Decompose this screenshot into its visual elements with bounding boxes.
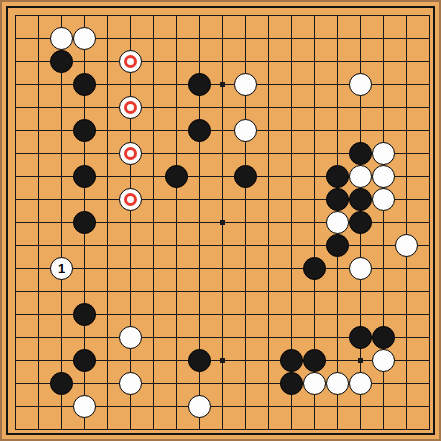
black-stone: [349, 142, 372, 165]
board-intersection: [27, 50, 50, 73]
board-intersection: [211, 211, 234, 234]
board-intersection: [27, 372, 50, 395]
board-intersection: [142, 349, 165, 372]
board-intersection: [211, 395, 234, 418]
board-intersection: [303, 119, 326, 142]
white-stone-move-1: 1: [50, 257, 73, 280]
board-intersection: [73, 50, 96, 73]
board-intersection: [326, 395, 349, 418]
white-stone: [395, 234, 418, 257]
board-intersection: [188, 50, 211, 73]
board-intersection: [326, 303, 349, 326]
board-intersection: [257, 165, 280, 188]
board-intersection: [188, 395, 211, 418]
board-intersection: [372, 211, 395, 234]
board-intersection: [372, 372, 395, 395]
board-intersection: [142, 119, 165, 142]
board-intersection: [280, 211, 303, 234]
board-intersection: [27, 326, 50, 349]
board-intersection: [372, 418, 395, 441]
board-intersection: [234, 4, 257, 27]
board-intersection: [303, 418, 326, 441]
board-intersection: [50, 372, 73, 395]
board-intersection: [4, 280, 27, 303]
board-intersection: [165, 418, 188, 441]
board-intersection: [257, 326, 280, 349]
board-intersection: [372, 234, 395, 257]
black-stone: [188, 119, 211, 142]
board-intersection: [326, 73, 349, 96]
board-intersection: [234, 395, 257, 418]
black-stone: [280, 372, 303, 395]
red-circle-mark: [124, 193, 137, 206]
board-intersection: [96, 418, 119, 441]
board-intersection: [211, 96, 234, 119]
board-intersection: [257, 119, 280, 142]
board-intersection: [50, 50, 73, 73]
board-intersection: [372, 349, 395, 372]
board-intersection: [234, 188, 257, 211]
board-intersection: [257, 188, 280, 211]
board-intersection: [234, 418, 257, 441]
board-intersection: [50, 188, 73, 211]
board-intersection: [280, 257, 303, 280]
board-intersection: [303, 50, 326, 73]
board-intersection: [119, 303, 142, 326]
board-intersection: [165, 188, 188, 211]
board-intersection: [280, 234, 303, 257]
board-intersection: [165, 27, 188, 50]
board-intersection: [326, 326, 349, 349]
board-intersection: [418, 50, 441, 73]
board-intersection: [165, 372, 188, 395]
board-intersection: [234, 50, 257, 73]
board-intersection: [165, 165, 188, 188]
board-intersection: [27, 165, 50, 188]
black-stone: [349, 326, 372, 349]
board-intersection: [188, 234, 211, 257]
board-intersection: [418, 96, 441, 119]
board-intersection: [165, 326, 188, 349]
board-intersection: [188, 119, 211, 142]
black-stone: [165, 165, 188, 188]
board-intersection: [73, 257, 96, 280]
board-intersection: [142, 188, 165, 211]
board-intersection: [280, 73, 303, 96]
black-stone: [73, 211, 96, 234]
board-intersection: [165, 50, 188, 73]
board-intersection: [188, 257, 211, 280]
board-intersection: [395, 96, 418, 119]
board-intersection: [280, 50, 303, 73]
board-intersection: [188, 418, 211, 441]
board-intersection: [27, 73, 50, 96]
board-intersection: [96, 73, 119, 96]
board-intersection: [372, 395, 395, 418]
board-intersection: [395, 50, 418, 73]
board-intersection: [234, 211, 257, 234]
board-intersection: [119, 188, 142, 211]
board-intersection: [257, 211, 280, 234]
black-stone: [188, 73, 211, 96]
board-intersection: [27, 4, 50, 27]
board-intersection: [372, 280, 395, 303]
board-intersection: [418, 349, 441, 372]
board-intersection: [418, 188, 441, 211]
board-intersection: [4, 257, 27, 280]
board-intersection: [234, 27, 257, 50]
board-intersection: [349, 73, 372, 96]
board-intersection: [73, 4, 96, 27]
board-intersection: [303, 257, 326, 280]
board-intersection: [96, 50, 119, 73]
board-intersection: [303, 395, 326, 418]
board-intersection: [349, 280, 372, 303]
board-intersection: [119, 211, 142, 234]
board-intersection: [418, 372, 441, 395]
board-intersection: [349, 257, 372, 280]
board-intersection: [280, 27, 303, 50]
black-stone: [73, 73, 96, 96]
board-intersection: [211, 326, 234, 349]
board-intersection: [326, 165, 349, 188]
board-intersection: [188, 372, 211, 395]
board-intersection: [142, 280, 165, 303]
board-intersection: [349, 234, 372, 257]
white-stone: [50, 27, 73, 50]
board-intersection: [303, 349, 326, 372]
board-intersection: [4, 165, 27, 188]
board-intersection: [165, 303, 188, 326]
board-intersection: [257, 303, 280, 326]
board-intersection: [395, 73, 418, 96]
red-circle-mark: [124, 147, 137, 160]
board-intersection: [4, 326, 27, 349]
board-intersection: [119, 50, 142, 73]
board-intersection: [188, 280, 211, 303]
board-intersection: [395, 234, 418, 257]
board-intersection: [234, 303, 257, 326]
board-intersection: [73, 280, 96, 303]
board-intersection: [4, 73, 27, 96]
board-intersection: [4, 211, 27, 234]
board-intersection: [349, 372, 372, 395]
board-intersection: [96, 142, 119, 165]
board-intersection: [303, 27, 326, 50]
board-intersection: [4, 27, 27, 50]
board-intersection: [372, 326, 395, 349]
black-stone: [349, 211, 372, 234]
board-intersection: [280, 372, 303, 395]
board-intersection: [119, 280, 142, 303]
board-intersection: [234, 326, 257, 349]
board-intersection: [165, 4, 188, 27]
white-stone: [372, 349, 395, 372]
board-intersection: [27, 257, 50, 280]
board-intersection: [303, 73, 326, 96]
board-intersection: [372, 142, 395, 165]
white-stone: [349, 372, 372, 395]
board-intersection: [234, 142, 257, 165]
board-intersection: [280, 326, 303, 349]
white-stone: [372, 142, 395, 165]
board-intersection: [418, 234, 441, 257]
board-intersection: [211, 372, 234, 395]
black-stone: [303, 349, 326, 372]
board-intersection: [349, 211, 372, 234]
board-intersection: [418, 418, 441, 441]
board-intersection: [303, 188, 326, 211]
board-intersection: [326, 418, 349, 441]
board-intersection: [27, 211, 50, 234]
board-intersection: [188, 326, 211, 349]
board-intersection: [27, 303, 50, 326]
board-intersection: [188, 303, 211, 326]
board-intersection: [280, 303, 303, 326]
board-intersection: [211, 50, 234, 73]
board-intersection: [372, 4, 395, 27]
board-intersection: [303, 142, 326, 165]
board-intersection: [4, 50, 27, 73]
board-intersection: [372, 73, 395, 96]
board-intersection: [395, 142, 418, 165]
board-intersection: [211, 4, 234, 27]
board-intersection: [395, 280, 418, 303]
board-intersection: [303, 211, 326, 234]
board-intersection: [326, 257, 349, 280]
board-intersection: [326, 234, 349, 257]
board-intersection: [395, 27, 418, 50]
board-intersection: [50, 303, 73, 326]
board-intersection: [280, 395, 303, 418]
board-intersection: [188, 4, 211, 27]
board-intersection: [418, 395, 441, 418]
board-intersection: [27, 142, 50, 165]
board-intersection: [27, 418, 50, 441]
board-intersection: [211, 165, 234, 188]
board-intersection: [119, 73, 142, 96]
board-intersection: [211, 234, 234, 257]
board-intersection: [303, 234, 326, 257]
board-intersection: [96, 303, 119, 326]
board-intersection: [119, 234, 142, 257]
black-stone: [280, 349, 303, 372]
black-stone: [234, 165, 257, 188]
board-intersection: [234, 73, 257, 96]
board-intersection: [165, 119, 188, 142]
board-intersection: [234, 96, 257, 119]
board-intersection: [142, 303, 165, 326]
board-intersection: [142, 4, 165, 27]
board-intersection: [280, 4, 303, 27]
board-intersection: [257, 418, 280, 441]
board-intersection: [303, 4, 326, 27]
white-stone: [234, 119, 257, 142]
board-intersection: [349, 165, 372, 188]
black-stone: [303, 257, 326, 280]
go-board-diagram: 1: [0, 0, 441, 441]
white-stone: [119, 372, 142, 395]
board-intersection: [349, 303, 372, 326]
board-intersection: [257, 257, 280, 280]
board-intersection: [4, 119, 27, 142]
board-intersection: [73, 418, 96, 441]
board-intersection: [326, 188, 349, 211]
board-intersection: [50, 234, 73, 257]
white-stone: [326, 211, 349, 234]
board-intersection: [234, 280, 257, 303]
board-intersection: [73, 188, 96, 211]
board-intersection: [50, 73, 73, 96]
board-intersection: [280, 119, 303, 142]
board-intersection: [4, 395, 27, 418]
board-intersection: [257, 96, 280, 119]
board-intersection: [395, 119, 418, 142]
board-intersection: [211, 73, 234, 96]
board-intersection: [165, 234, 188, 257]
board-intersection: [234, 257, 257, 280]
board-intersection: [349, 96, 372, 119]
board-intersection: [257, 4, 280, 27]
board-intersection: [4, 142, 27, 165]
board-intersection: [418, 73, 441, 96]
white-stone: [349, 165, 372, 188]
board-intersection: [119, 119, 142, 142]
board-intersection: [73, 349, 96, 372]
board-intersection: [280, 349, 303, 372]
board-intersection: [418, 142, 441, 165]
board-intersection: [27, 395, 50, 418]
board-intersection: [188, 96, 211, 119]
board-intersection: [418, 119, 441, 142]
board-intersection: [73, 303, 96, 326]
board-intersection: [395, 257, 418, 280]
board-intersection: [96, 372, 119, 395]
board-intersection: [395, 326, 418, 349]
board-intersection: [372, 303, 395, 326]
board-intersection: [349, 326, 372, 349]
board-intersection: [234, 349, 257, 372]
board-intersection: [96, 257, 119, 280]
board-intersection: [165, 73, 188, 96]
board-intersection: [395, 165, 418, 188]
board-intersection: [142, 27, 165, 50]
board-intersection: [50, 418, 73, 441]
board-intersection: [142, 418, 165, 441]
black-stone: [50, 50, 73, 73]
board-intersection: [96, 349, 119, 372]
board-intersection: [303, 326, 326, 349]
white-stone: [234, 73, 257, 96]
board-intersection: [73, 119, 96, 142]
board-intersection: [349, 4, 372, 27]
board-intersection: [326, 96, 349, 119]
board-intersection: [234, 234, 257, 257]
board-intersection: [96, 326, 119, 349]
board-intersection: [418, 303, 441, 326]
board-intersection: [280, 165, 303, 188]
board-intersection: [119, 142, 142, 165]
board-intersection: [142, 395, 165, 418]
board-intersection: [119, 418, 142, 441]
black-stone: [326, 188, 349, 211]
board-intersection: [418, 27, 441, 50]
board-intersection: [96, 119, 119, 142]
board-intersection: [211, 257, 234, 280]
board-intersection: [326, 349, 349, 372]
board-intersection: [119, 372, 142, 395]
black-stone: [326, 165, 349, 188]
board-intersection: [165, 142, 188, 165]
board-intersection: [50, 165, 73, 188]
board-intersection: [165, 257, 188, 280]
board-intersection: [372, 96, 395, 119]
board-intersection: [372, 50, 395, 73]
board-intersection: [50, 4, 73, 27]
black-stone: [349, 188, 372, 211]
stone-grid: 1: [4, 4, 441, 441]
black-stone: [73, 119, 96, 142]
board-intersection: [211, 119, 234, 142]
white-stone-circle-marked: [119, 188, 142, 211]
board-intersection: [27, 349, 50, 372]
board-intersection: [119, 395, 142, 418]
board-intersection: [188, 165, 211, 188]
board-intersection: [326, 4, 349, 27]
board-intersection: [372, 188, 395, 211]
board-intersection: [303, 372, 326, 395]
board-intersection: [257, 73, 280, 96]
board-intersection: [4, 372, 27, 395]
board-intersection: [50, 96, 73, 119]
board-intersection: [142, 326, 165, 349]
board-intersection: [142, 73, 165, 96]
board-intersection: [50, 395, 73, 418]
white-stone: [303, 372, 326, 395]
board-intersection: [4, 349, 27, 372]
board-intersection: [188, 211, 211, 234]
board-intersection: [395, 418, 418, 441]
board-intersection: [349, 142, 372, 165]
board-intersection: [188, 142, 211, 165]
board-intersection: [418, 165, 441, 188]
board-intersection: [142, 234, 165, 257]
board-intersection: [280, 96, 303, 119]
board-intersection: 1: [50, 257, 73, 280]
black-stone: [73, 349, 96, 372]
board-intersection: [165, 349, 188, 372]
board-intersection: [188, 27, 211, 50]
black-stone: [73, 303, 96, 326]
board-intersection: [349, 395, 372, 418]
board-intersection: [395, 395, 418, 418]
white-stone: [372, 188, 395, 211]
white-stone-circle-marked: [119, 142, 142, 165]
board-intersection: [73, 73, 96, 96]
board-intersection: [372, 165, 395, 188]
board-intersection: [211, 418, 234, 441]
board-intersection: [257, 395, 280, 418]
board-intersection: [257, 27, 280, 50]
board-intersection: [165, 395, 188, 418]
board-intersection: [188, 349, 211, 372]
board-intersection: [211, 188, 234, 211]
board-intersection: [165, 211, 188, 234]
board-intersection: [119, 326, 142, 349]
board-intersection: [73, 395, 96, 418]
board-intersection: [142, 165, 165, 188]
board-intersection: [73, 372, 96, 395]
